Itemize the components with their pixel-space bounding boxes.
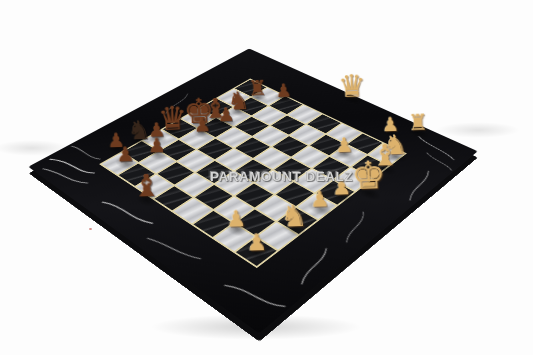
dark-pawn-glyph: ♟ xyxy=(116,144,135,165)
chess-board: ♜♟♞♝♚♛♟♞♟♟♟♟♟♝♛♟♞♜♝♟♚♟♟♞♟♟ xyxy=(28,49,477,334)
dark-pawn-glyph: ♟ xyxy=(275,81,292,100)
marble-vein xyxy=(72,144,100,162)
dark-rook-glyph: ♜ xyxy=(248,78,267,99)
light-pawn-glyph: ♟ xyxy=(336,135,355,156)
marble-vein xyxy=(422,153,456,171)
watermark: PARAMOUNT DEALZ xyxy=(208,169,355,184)
dark-pawn-glyph: ♟ xyxy=(218,105,235,124)
product-photo-scene: ♜♟♞♝♚♛♟♞♟♟♟♟♟♝♛♟♞♜♝♟♚♟♟♞♟♟ PARAMOUNT DEA… xyxy=(0,0,533,355)
light-knight-glyph: ♞ xyxy=(279,200,307,231)
marble-vein xyxy=(43,162,88,191)
marble-vein xyxy=(50,152,94,180)
light-king-glyph: ♚ xyxy=(351,156,387,195)
light-pawn-glyph: ♟ xyxy=(310,187,330,209)
marble-vein xyxy=(225,275,285,317)
marble-vein xyxy=(147,230,200,267)
dark-pawn-glyph: ♟ xyxy=(147,135,165,155)
light-queen-glyph: ♛ xyxy=(337,70,366,102)
light-pawn-glyph: ♟ xyxy=(226,207,247,230)
light-pawn-glyph: ♟ xyxy=(246,230,268,254)
dark-bishop-glyph: ♝ xyxy=(132,171,161,203)
light-rook-glyph: ♜ xyxy=(408,112,429,135)
marble-vein xyxy=(334,212,376,242)
dark-pawn-glyph: ♟ xyxy=(194,115,212,135)
marble-vein xyxy=(291,249,337,284)
marble-vein xyxy=(399,171,439,200)
